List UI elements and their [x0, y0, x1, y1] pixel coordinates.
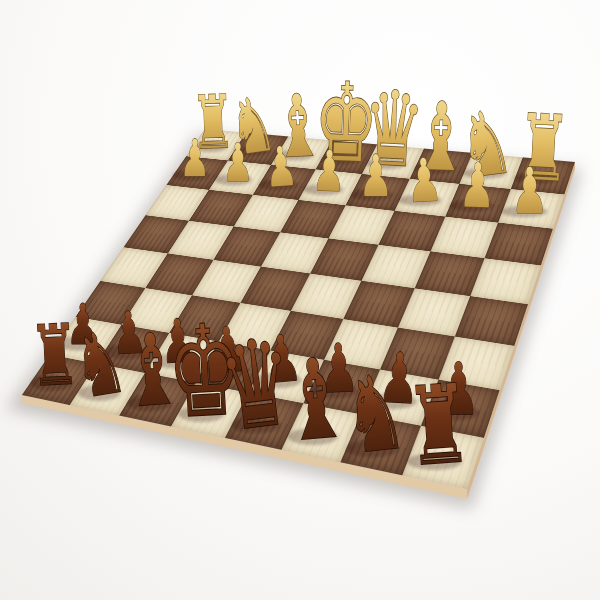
piece-black-knight-b8[interactable]: ♞ — [338, 352, 411, 478]
piece-white-pawn-c2[interactable]: ♟ — [405, 145, 444, 216]
scene: ♜♞♝♚♛♝♞♜♟♟♟♟♟♟♟♟♟♟♟♟♟♟♟♟♜♞♝♚♛♝♞♜ — [0, 0, 600, 600]
piece-white-pawn-b2[interactable]: ♟ — [458, 150, 497, 222]
piece-white-pawn-a2[interactable]: ♟ — [511, 153, 549, 227]
piece-white-pawn-g2[interactable]: ♟ — [222, 132, 253, 193]
piece-white-pawn-d2[interactable]: ♟ — [359, 143, 393, 210]
piece-black-rook-a8[interactable]: ♜ — [402, 360, 474, 489]
piece-white-pawn-e2[interactable]: ♟ — [311, 138, 346, 204]
piece-white-pawn-f2[interactable]: ♟ — [263, 134, 300, 200]
piece-white-pawn-h2[interactable]: ♟ — [180, 129, 210, 188]
